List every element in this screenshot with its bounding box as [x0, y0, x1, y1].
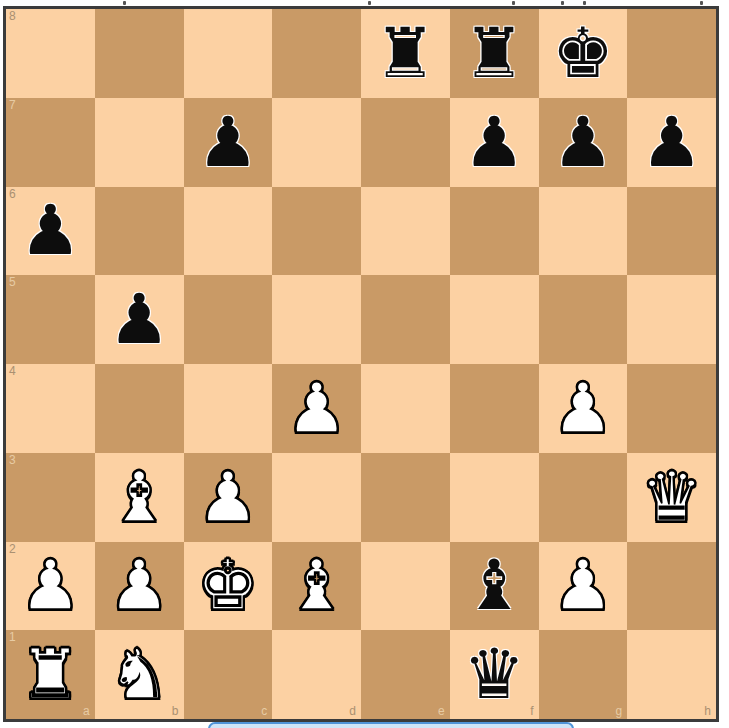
cropped-text-fragments: [0, 0, 729, 6]
piece-white-pawn: ♟: [95, 542, 184, 631]
square-h8[interactable]: [627, 9, 716, 98]
rank-label-6: 6: [9, 188, 16, 200]
square-d5[interactable]: [272, 275, 361, 364]
square-f1[interactable]: f♛: [450, 630, 539, 719]
square-d6[interactable]: [272, 187, 361, 276]
piece-white-knight: ♞: [95, 630, 184, 719]
square-a7[interactable]: 7: [6, 98, 95, 187]
file-label-c: c: [261, 705, 267, 717]
square-h7[interactable]: ♟: [627, 98, 716, 187]
file-label-b: b: [172, 705, 179, 717]
piece-white-pawn: ♟: [539, 364, 628, 453]
rank-label-2: 2: [9, 543, 16, 555]
square-e7[interactable]: [361, 98, 450, 187]
piece-black-pawn: ♟: [6, 187, 95, 276]
piece-white-pawn: ♟: [6, 542, 95, 631]
file-label-g: g: [616, 705, 623, 717]
file-label-e: e: [438, 705, 445, 717]
rank-label-8: 8: [9, 10, 16, 22]
square-g3[interactable]: [539, 453, 628, 542]
file-label-d: d: [349, 705, 356, 717]
square-f8[interactable]: ♜: [450, 9, 539, 98]
piece-white-pawn: ♟: [539, 542, 628, 631]
square-d7[interactable]: [272, 98, 361, 187]
square-b7[interactable]: [95, 98, 184, 187]
square-b1[interactable]: b♞: [95, 630, 184, 719]
square-a6[interactable]: 6♟: [6, 187, 95, 276]
square-b4[interactable]: [95, 364, 184, 453]
piece-black-rook: ♜: [361, 9, 450, 98]
file-label-h: h: [704, 705, 711, 717]
square-d3[interactable]: [272, 453, 361, 542]
square-e3[interactable]: [361, 453, 450, 542]
square-f4[interactable]: [450, 364, 539, 453]
square-b8[interactable]: [95, 9, 184, 98]
rank-label-4: 4: [9, 365, 16, 377]
square-d4[interactable]: ♟: [272, 364, 361, 453]
square-a8[interactable]: 8: [6, 9, 95, 98]
square-e6[interactable]: [361, 187, 450, 276]
piece-white-king: ♚: [184, 542, 273, 631]
file-label-a: a: [83, 705, 90, 717]
partial-scrollbar[interactable]: [208, 722, 574, 728]
square-b6[interactable]: [95, 187, 184, 276]
piece-black-pawn: ♟: [450, 98, 539, 187]
square-e8[interactable]: ♜: [361, 9, 450, 98]
piece-black-pawn: ♟: [184, 98, 273, 187]
square-g2[interactable]: ♟: [539, 542, 628, 631]
piece-white-queen: ♛: [627, 453, 716, 542]
square-h6[interactable]: [627, 187, 716, 276]
square-c4[interactable]: [184, 364, 273, 453]
square-a4[interactable]: 4: [6, 364, 95, 453]
piece-white-bishop: ♝: [272, 542, 361, 631]
square-f6[interactable]: [450, 187, 539, 276]
square-d1[interactable]: d: [272, 630, 361, 719]
piece-white-bishop: ♝: [95, 453, 184, 542]
square-b5[interactable]: ♟: [95, 275, 184, 364]
rank-label-3: 3: [9, 454, 16, 466]
square-f3[interactable]: [450, 453, 539, 542]
rank-label-5: 5: [9, 276, 16, 288]
rank-label-7: 7: [9, 99, 16, 111]
square-a3[interactable]: 3: [6, 453, 95, 542]
chess-board: 8♜♜♚7♟♟♟♟6♟5♟4♟♟3♝♟♛2♟♟♚♝♝♟1a♜b♞cdef♛gh: [3, 6, 719, 722]
piece-white-rook: ♜: [6, 630, 95, 719]
piece-black-bishop: ♝: [450, 542, 539, 631]
square-f7[interactable]: ♟: [450, 98, 539, 187]
square-d2[interactable]: ♝: [272, 542, 361, 631]
piece-white-pawn: ♟: [272, 364, 361, 453]
square-h1[interactable]: h: [627, 630, 716, 719]
piece-white-pawn: ♟: [184, 453, 273, 542]
piece-black-queen: ♛: [450, 630, 539, 719]
square-c2[interactable]: ♚: [184, 542, 273, 631]
square-f2[interactable]: ♝: [450, 542, 539, 631]
square-e5[interactable]: [361, 275, 450, 364]
square-c8[interactable]: [184, 9, 273, 98]
square-g5[interactable]: [539, 275, 628, 364]
rank-label-1: 1: [9, 631, 16, 643]
square-h5[interactable]: [627, 275, 716, 364]
square-c1[interactable]: c: [184, 630, 273, 719]
square-g4[interactable]: ♟: [539, 364, 628, 453]
square-b2[interactable]: ♟: [95, 542, 184, 631]
square-h4[interactable]: [627, 364, 716, 453]
square-g1[interactable]: g: [539, 630, 628, 719]
square-g8[interactable]: ♚: [539, 9, 628, 98]
square-a1[interactable]: 1a♜: [6, 630, 95, 719]
square-e1[interactable]: e: [361, 630, 450, 719]
piece-black-rook: ♜: [450, 9, 539, 98]
square-e4[interactable]: [361, 364, 450, 453]
square-e2[interactable]: [361, 542, 450, 631]
file-label-f: f: [530, 705, 533, 717]
square-h3[interactable]: ♛: [627, 453, 716, 542]
piece-black-pawn: ♟: [539, 98, 628, 187]
piece-black-king: ♚: [539, 9, 628, 98]
square-h2[interactable]: [627, 542, 716, 631]
square-a5[interactable]: 5: [6, 275, 95, 364]
piece-black-pawn: ♟: [95, 275, 184, 364]
square-f5[interactable]: [450, 275, 539, 364]
square-a2[interactable]: 2♟: [6, 542, 95, 631]
square-c3[interactable]: ♟: [184, 453, 273, 542]
square-c6[interactable]: [184, 187, 273, 276]
square-d8[interactable]: [272, 9, 361, 98]
square-g7[interactable]: ♟: [539, 98, 628, 187]
square-c5[interactable]: [184, 275, 273, 364]
square-c7[interactable]: ♟: [184, 98, 273, 187]
piece-black-pawn: ♟: [627, 98, 716, 187]
square-b3[interactable]: ♝: [95, 453, 184, 542]
square-g6[interactable]: [539, 187, 628, 276]
